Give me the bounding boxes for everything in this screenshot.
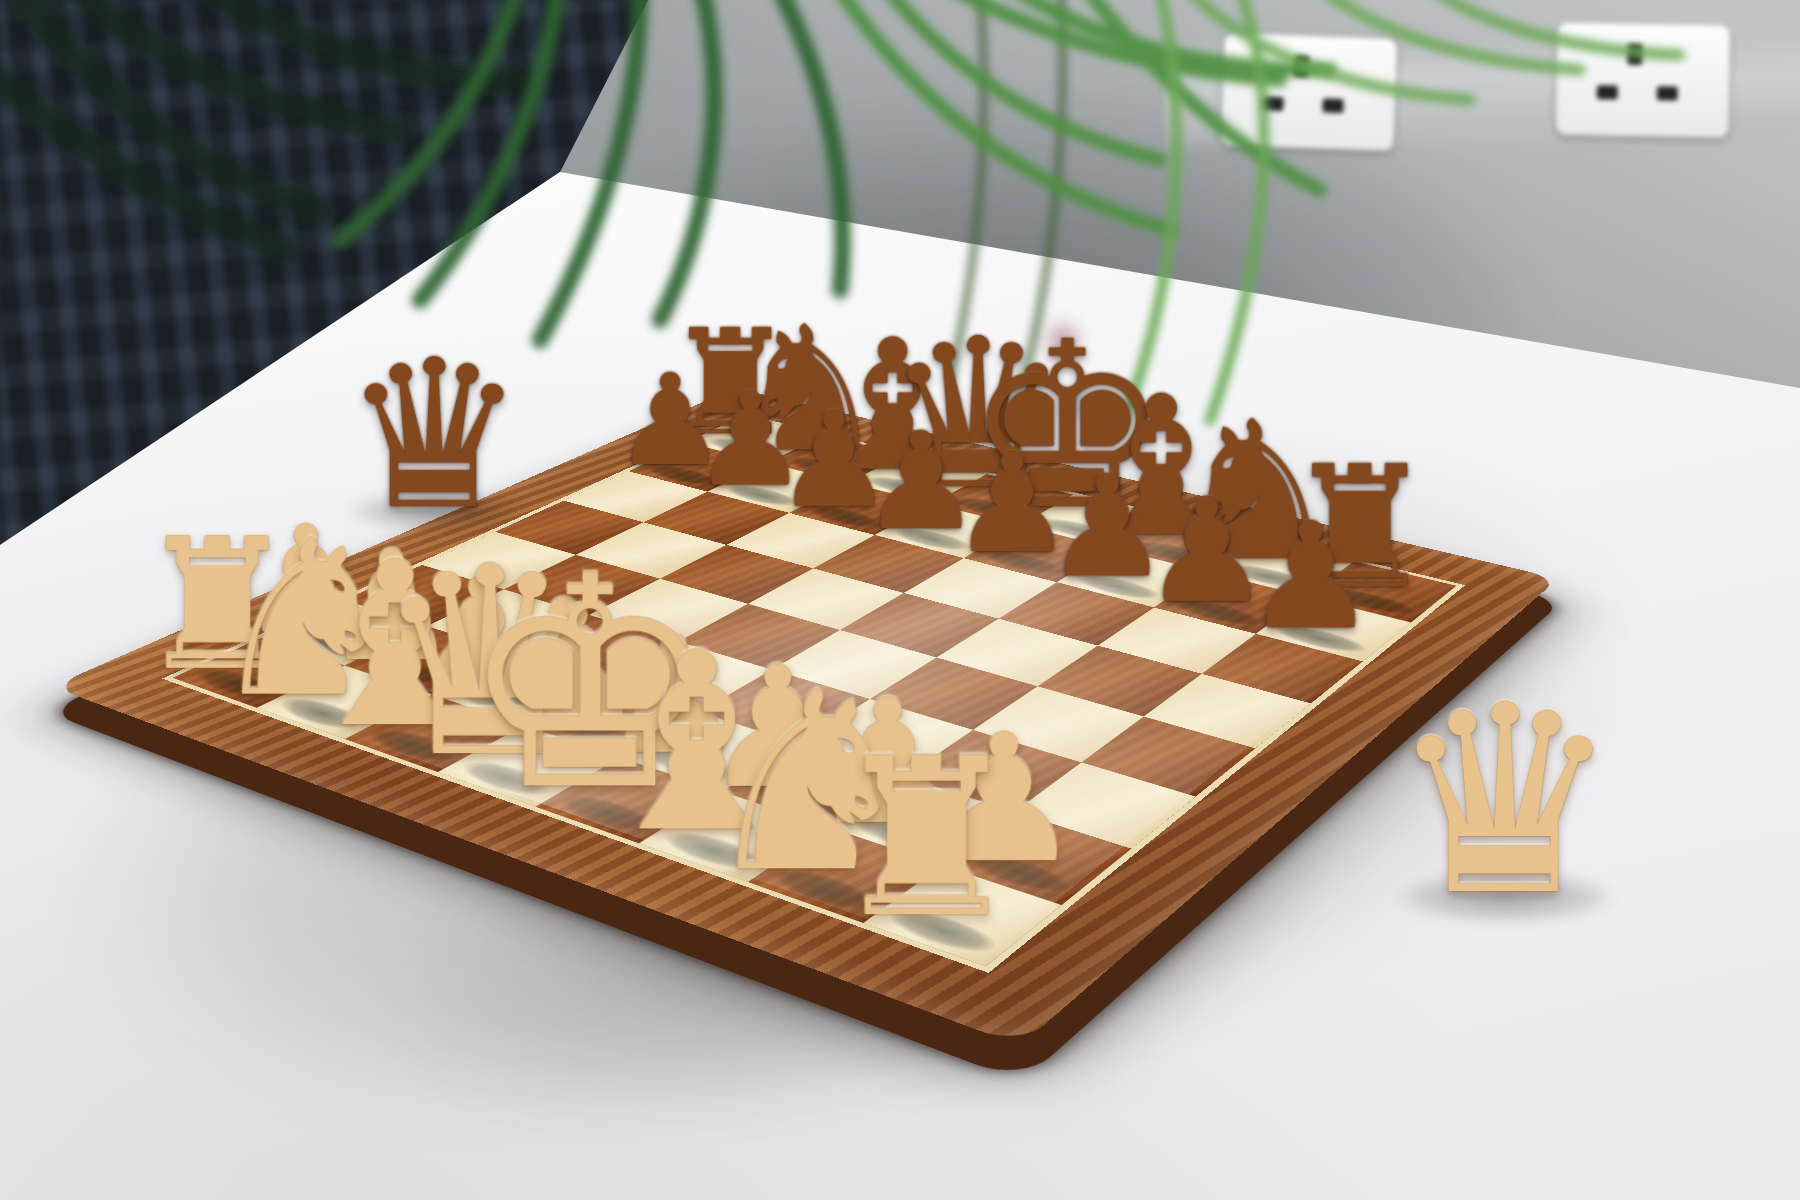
- power-outlet-strip: [1165, 26, 1800, 162]
- white-queen: ♛: [1388, 678, 1621, 925]
- white-extra-queen: ♛: [1388, 678, 1621, 925]
- socket-hole-icon: [1627, 44, 1642, 65]
- black-pawn: ♟: [1244, 506, 1376, 646]
- power-outlet-left: [1221, 33, 1397, 151]
- white-rook: ♜: [829, 735, 1025, 942]
- power-outlet-right: [1556, 23, 1730, 138]
- socket-hole-icon: [1657, 86, 1678, 100]
- black-extra-queen: ♛: [342, 338, 526, 533]
- chess-set-product-photo: ♜♞♝♛♚♝♞♜♟♟♟♟♟♟♟♟♟♟♟♟♟♟♟♟♜♞♝♛♚♝♞♜ ♛ ♛: [0, 0, 1800, 1200]
- black-queen: ♛: [342, 338, 526, 533]
- socket-hole-icon: [1597, 85, 1618, 99]
- socket-hole-icon: [1294, 55, 1310, 77]
- socket-hole-icon: [1262, 96, 1283, 111]
- socket-hole-icon: [1322, 98, 1343, 113]
